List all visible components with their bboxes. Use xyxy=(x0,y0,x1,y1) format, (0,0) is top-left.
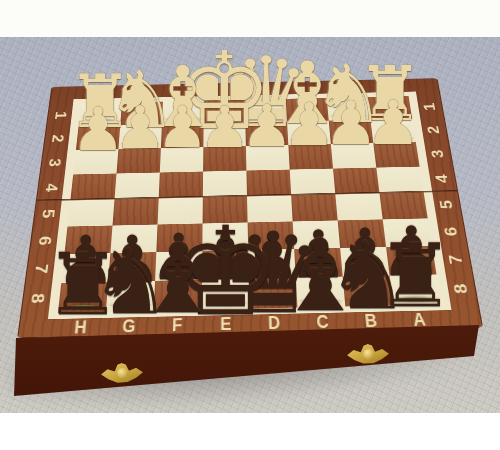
square-c7[interactable] xyxy=(294,248,343,278)
chess-board: 1234567812345678HGFEDCBA xyxy=(18,79,482,338)
rank-label-left-5: 5 xyxy=(33,200,62,227)
rank-label-right-4: 4 xyxy=(428,166,457,192)
square-h1[interactable] xyxy=(79,103,122,127)
square-h7[interactable] xyxy=(61,253,110,283)
square-c3[interactable] xyxy=(288,144,333,169)
square-h6[interactable] xyxy=(64,226,112,255)
background-bottom-band xyxy=(0,413,500,450)
square-h5[interactable] xyxy=(67,199,114,227)
file-label-E: E xyxy=(201,315,250,334)
clasp-knob-icon xyxy=(362,348,373,358)
square-a4[interactable] xyxy=(376,167,423,193)
square-b1[interactable] xyxy=(327,97,371,121)
square-b2[interactable] xyxy=(329,120,374,144)
square-h2[interactable] xyxy=(76,125,120,150)
square-g5[interactable] xyxy=(113,198,159,226)
square-b6[interactable] xyxy=(338,219,386,248)
rank-label-left-3: 3 xyxy=(40,150,67,175)
square-d5[interactable] xyxy=(247,195,293,222)
square-e2[interactable] xyxy=(203,122,245,147)
rank-label-left-2: 2 xyxy=(44,126,71,150)
squares-grid xyxy=(58,96,441,313)
background-top-band xyxy=(0,0,500,37)
square-d2[interactable] xyxy=(245,122,288,147)
square-d3[interactable] xyxy=(246,145,290,170)
rank-label-left-1: 1 xyxy=(47,104,73,127)
file-label-D: D xyxy=(250,314,299,333)
square-a6[interactable] xyxy=(383,218,432,247)
square-e6[interactable] xyxy=(202,222,248,251)
rank-label-right-7: 7 xyxy=(441,245,472,274)
rank-label-left-6: 6 xyxy=(29,227,58,255)
square-h8[interactable] xyxy=(58,282,108,313)
rank-label-left-8: 8 xyxy=(22,283,53,314)
square-f1[interactable] xyxy=(162,101,204,125)
square-h4[interactable] xyxy=(70,173,116,200)
square-h3[interactable] xyxy=(73,149,118,175)
clasp-knob-icon xyxy=(116,367,128,378)
square-f5[interactable] xyxy=(158,197,203,225)
square-f3[interactable] xyxy=(160,147,204,172)
square-g6[interactable] xyxy=(110,225,157,254)
square-e4[interactable] xyxy=(203,171,247,197)
square-b3[interactable] xyxy=(331,143,376,168)
file-label-A: A xyxy=(394,310,445,329)
square-b5[interactable] xyxy=(335,193,382,220)
square-f7[interactable] xyxy=(155,251,202,281)
square-c4[interactable] xyxy=(290,169,336,195)
file-label-G: G xyxy=(104,317,153,336)
square-d4[interactable] xyxy=(246,170,291,196)
rank-label-right-6: 6 xyxy=(437,218,467,246)
square-a1[interactable] xyxy=(368,96,412,120)
square-g4[interactable] xyxy=(115,173,160,199)
square-g2[interactable] xyxy=(118,124,162,149)
rank-label-right-2: 2 xyxy=(420,118,448,142)
square-e5[interactable] xyxy=(203,196,248,223)
file-label-F: F xyxy=(153,316,202,335)
photo-scene: 1234567812345678HGFEDCBA ♜♞♝♛♚♝♞♜♟♟♟♟♟♟♟… xyxy=(0,0,500,450)
square-c6[interactable] xyxy=(293,220,340,249)
square-d7[interactable] xyxy=(248,249,296,279)
square-d1[interactable] xyxy=(245,99,287,123)
square-a5[interactable] xyxy=(379,192,427,219)
square-c8[interactable] xyxy=(296,277,346,308)
rank-label-left-7: 7 xyxy=(26,254,56,283)
square-f4[interactable] xyxy=(159,172,203,198)
rank-label-right-5: 5 xyxy=(432,191,462,218)
square-e1[interactable] xyxy=(204,100,246,124)
square-f2[interactable] xyxy=(161,123,204,148)
square-b7[interactable] xyxy=(340,247,389,277)
square-a7[interactable] xyxy=(386,246,436,276)
rank-label-left-4: 4 xyxy=(37,175,65,201)
file-label-C: C xyxy=(298,312,348,331)
square-c2[interactable] xyxy=(287,121,331,146)
square-g8[interactable] xyxy=(106,281,155,312)
square-f6[interactable] xyxy=(156,223,202,252)
square-g3[interactable] xyxy=(117,148,161,174)
square-a8[interactable] xyxy=(390,274,442,305)
square-g1[interactable] xyxy=(120,102,163,126)
rank-label-right-3: 3 xyxy=(424,141,452,166)
square-e8[interactable] xyxy=(202,279,250,310)
square-a2[interactable] xyxy=(370,119,415,143)
square-g7[interactable] xyxy=(108,252,156,282)
square-a3[interactable] xyxy=(373,142,419,167)
square-c5[interactable] xyxy=(291,194,338,221)
square-d6[interactable] xyxy=(248,221,295,250)
square-e7[interactable] xyxy=(202,250,249,280)
square-b8[interactable] xyxy=(343,276,394,307)
rank-label-right-8: 8 xyxy=(446,274,478,304)
file-label-H: H xyxy=(55,318,105,337)
file-label-B: B xyxy=(346,311,396,330)
square-b4[interactable] xyxy=(333,168,379,194)
square-c1[interactable] xyxy=(286,98,329,122)
square-d8[interactable] xyxy=(249,278,298,309)
square-e3[interactable] xyxy=(203,146,246,171)
rank-label-right-1: 1 xyxy=(417,95,444,118)
square-f8[interactable] xyxy=(154,280,202,311)
